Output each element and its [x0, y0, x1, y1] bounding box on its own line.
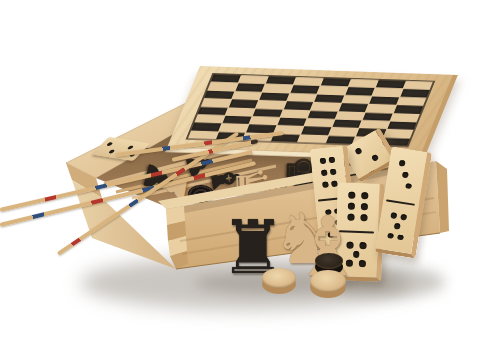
- board-cell: [348, 79, 377, 87]
- domino-pip: [321, 170, 327, 176]
- board-cell: [332, 120, 361, 128]
- board-cell: [387, 121, 416, 129]
- board-cell: [301, 127, 330, 135]
- board-cell: [325, 136, 354, 144]
- domino-pip: [330, 169, 336, 175]
- board-cell: [318, 86, 347, 94]
- domino-pip: [394, 223, 401, 230]
- domino-pip: [348, 192, 355, 199]
- board-cell: [366, 104, 395, 112]
- board-cell: [222, 116, 251, 124]
- board-cell: [211, 74, 240, 82]
- domino-pip: [371, 153, 380, 162]
- board-cell: [256, 101, 285, 109]
- board-cell: [338, 103, 367, 111]
- board-cell: [232, 91, 261, 99]
- board-cell: [376, 80, 405, 88]
- board-cell: [229, 100, 258, 108]
- board-cell: [314, 94, 343, 102]
- domino-divider: [386, 199, 415, 206]
- board-cell: [335, 111, 364, 119]
- board-cell: [403, 81, 432, 89]
- board-cell: [219, 124, 248, 132]
- domino-pip: [320, 158, 326, 164]
- board-cell: [280, 110, 309, 118]
- board-cell: [384, 129, 413, 137]
- disc-top: [262, 268, 296, 288]
- board-cell: [266, 76, 295, 84]
- domino-pip: [406, 183, 413, 190]
- board-cell: [259, 92, 288, 100]
- board-cell: [321, 78, 350, 86]
- disc-top: [310, 270, 346, 292]
- board-cell: [369, 96, 398, 104]
- board-cell: [191, 123, 220, 131]
- chessboard-grid: [186, 73, 436, 147]
- board-cell: [329, 128, 358, 136]
- board-cell: [235, 83, 264, 91]
- board-cell: [284, 101, 313, 109]
- checker-disc-light: [262, 268, 296, 294]
- board-cell: [397, 97, 426, 105]
- domino-pip: [322, 182, 328, 188]
- game-set-photo: Wooden 4-in-1 travel games box: chess, c…: [0, 0, 480, 360]
- disc-top: [315, 253, 343, 269]
- board-cell: [253, 109, 282, 117]
- board-cell: [359, 120, 388, 128]
- board-cell: [311, 102, 340, 110]
- domino-pip: [332, 181, 338, 187]
- board-cell: [250, 117, 279, 125]
- board-cell: [298, 135, 327, 143]
- chessboard-lid: [165, 66, 458, 161]
- board-cell: [287, 93, 316, 101]
- board-cell: [225, 108, 254, 116]
- board-cell: [293, 77, 322, 85]
- board-cell: [393, 105, 422, 113]
- board-cell: [204, 91, 233, 99]
- domino-pip: [390, 212, 397, 219]
- board-cell: [188, 131, 217, 139]
- domino-pip: [397, 234, 404, 241]
- board-cell: [198, 107, 227, 115]
- domino-pip: [361, 192, 368, 199]
- board-cell: [201, 99, 230, 107]
- board-cell: [400, 89, 429, 97]
- domino-pip: [354, 147, 363, 156]
- board-cell: [390, 113, 419, 121]
- board-cell: [342, 95, 371, 103]
- board-cell: [208, 82, 237, 90]
- domino-pip: [329, 157, 335, 163]
- domino-pip: [402, 171, 409, 178]
- domino-pip: [401, 214, 408, 221]
- domino-pip: [399, 160, 406, 167]
- board-cell: [290, 85, 319, 93]
- board-cell: [277, 118, 306, 126]
- domino-pip: [387, 233, 394, 240]
- checker-disc-light: [310, 270, 346, 298]
- board-cell: [308, 110, 337, 118]
- board-cell: [345, 87, 374, 95]
- board-cell: [263, 84, 292, 92]
- board-cell: [304, 119, 333, 127]
- board-cell: [372, 88, 401, 96]
- board-cell: [363, 112, 392, 120]
- board-cell: [195, 115, 224, 123]
- board-cell: [238, 75, 267, 83]
